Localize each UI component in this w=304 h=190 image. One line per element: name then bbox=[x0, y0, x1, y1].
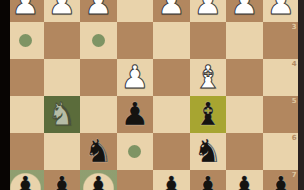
rank-coordinate: 5 bbox=[292, 97, 297, 105]
square-d6[interactable] bbox=[153, 133, 190, 170]
white-pawn[interactable]: ♟ bbox=[263, 0, 300, 22]
square-a5[interactable]: 5 bbox=[263, 96, 300, 133]
square-b5[interactable] bbox=[226, 96, 263, 133]
square-a7[interactable]: ♟7 bbox=[263, 170, 300, 190]
square-h2[interactable]: ♟ bbox=[7, 0, 44, 22]
square-g6[interactable] bbox=[44, 133, 81, 170]
square-h3[interactable] bbox=[7, 22, 44, 59]
square-d7[interactable]: ♟ bbox=[153, 170, 190, 190]
rank-coordinate: 7 bbox=[292, 171, 297, 179]
square-c2[interactable]: ♟ bbox=[190, 0, 227, 22]
white-pawn[interactable]: ♟ bbox=[7, 0, 44, 22]
rank-coordinate: 4 bbox=[292, 60, 297, 68]
square-e6[interactable] bbox=[117, 133, 154, 170]
black-pawn[interactable]: ♟ bbox=[44, 170, 81, 190]
square-b2[interactable]: ♟ bbox=[226, 0, 263, 22]
square-c7[interactable]: ♟ bbox=[190, 170, 227, 190]
square-e4[interactable]: ♟ bbox=[117, 59, 154, 96]
square-c6[interactable]: ♞ bbox=[190, 133, 227, 170]
black-pawn[interactable]: ♟ bbox=[153, 170, 190, 190]
square-g4[interactable] bbox=[44, 59, 81, 96]
square-f2[interactable]: ♟ bbox=[80, 0, 117, 22]
square-g5[interactable]: ♞ bbox=[44, 96, 81, 133]
black-bishop[interactable]: ♝ bbox=[190, 96, 227, 133]
square-e7[interactable] bbox=[117, 170, 154, 190]
black-pawn[interactable]: ♟ bbox=[117, 96, 154, 133]
square-f4[interactable] bbox=[80, 59, 117, 96]
black-pawn[interactable]: ♟ bbox=[190, 170, 227, 190]
letterbox-right bbox=[298, 0, 304, 190]
square-g2[interactable]: ♟ bbox=[44, 0, 81, 22]
square-d5[interactable] bbox=[153, 96, 190, 133]
white-pawn[interactable]: ♟ bbox=[190, 0, 227, 22]
square-d2[interactable]: ♟ bbox=[153, 0, 190, 22]
black-pawn[interactable]: ♟ bbox=[80, 170, 117, 190]
square-e5[interactable]: ♟ bbox=[117, 96, 154, 133]
square-e3[interactable] bbox=[117, 22, 154, 59]
square-d3[interactable] bbox=[153, 22, 190, 59]
square-h6[interactable] bbox=[7, 133, 44, 170]
move-hint-dot[interactable] bbox=[128, 145, 141, 158]
square-c3[interactable] bbox=[190, 22, 227, 59]
white-pawn[interactable]: ♟ bbox=[44, 0, 81, 22]
white-pawn[interactable]: ♟ bbox=[80, 0, 117, 22]
square-d4[interactable] bbox=[153, 59, 190, 96]
move-hint-dot[interactable] bbox=[19, 34, 32, 47]
black-pawn[interactable]: ♟ bbox=[7, 170, 44, 190]
square-g7[interactable]: ♟ bbox=[44, 170, 81, 190]
chess-board: ♜♚♛♝♞♜1♟♟♟♟♟♟♟23♟♝4♞♟♝5♞♞6♟♟♟♟♟♟♟7♜♚♛♝♜8 bbox=[7, 0, 299, 190]
white-pawn[interactable]: ♟ bbox=[226, 0, 263, 22]
square-h5[interactable] bbox=[7, 96, 44, 133]
white-pawn[interactable]: ♟ bbox=[117, 59, 154, 96]
white-pawn[interactable]: ♟ bbox=[153, 0, 190, 22]
square-f6[interactable]: ♞ bbox=[80, 133, 117, 170]
white-knight-ghost[interactable]: ♞ bbox=[44, 96, 81, 133]
square-a2[interactable]: ♟2 bbox=[263, 0, 300, 22]
square-f7[interactable]: ♟ bbox=[80, 170, 117, 190]
white-bishop[interactable]: ♝ bbox=[190, 59, 227, 96]
rank-coordinate: 6 bbox=[292, 134, 297, 142]
black-knight[interactable]: ♞ bbox=[190, 133, 227, 170]
rank-coordinate: 3 bbox=[292, 23, 297, 31]
letterbox-left bbox=[0, 0, 10, 190]
square-b4[interactable] bbox=[226, 59, 263, 96]
square-f5[interactable] bbox=[80, 96, 117, 133]
square-g3[interactable] bbox=[44, 22, 81, 59]
square-c4[interactable]: ♝ bbox=[190, 59, 227, 96]
square-h7[interactable]: ♟ bbox=[7, 170, 44, 190]
black-knight[interactable]: ♞ bbox=[80, 133, 117, 170]
square-e2[interactable] bbox=[117, 0, 154, 22]
square-h4[interactable] bbox=[7, 59, 44, 96]
square-b7[interactable]: ♟ bbox=[226, 170, 263, 190]
square-a4[interactable]: 4 bbox=[263, 59, 300, 96]
square-c5[interactable]: ♝ bbox=[190, 96, 227, 133]
move-hint-dot[interactable] bbox=[92, 34, 105, 47]
square-b3[interactable] bbox=[226, 22, 263, 59]
black-pawn[interactable]: ♟ bbox=[226, 170, 263, 190]
square-a6[interactable]: 6 bbox=[263, 133, 300, 170]
chess-board-viewport: ♜♚♛♝♞♜1♟♟♟♟♟♟♟23♟♝4♞♟♝5♞♞6♟♟♟♟♟♟♟7♜♚♛♝♜8 bbox=[0, 0, 304, 190]
square-f3[interactable] bbox=[80, 22, 117, 59]
square-b6[interactable] bbox=[226, 133, 263, 170]
square-a3[interactable]: 3 bbox=[263, 22, 300, 59]
